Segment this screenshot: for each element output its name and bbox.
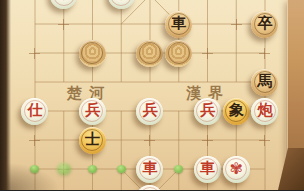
black-soldier[interactable]: 卒 [251, 11, 278, 38]
piece-character: 車 [142, 161, 157, 176]
point-marker [259, 48, 270, 59]
move-hint-dot[interactable] [174, 165, 183, 173]
board-edge-shadow-left [0, 0, 11, 190]
piece-character: 馬 [257, 74, 272, 89]
piece-character: 士 [85, 132, 100, 147]
point-marker [202, 48, 213, 59]
red-soldier[interactable]: 兵 [79, 98, 106, 125]
hidden-black-piece[interactable] [136, 40, 163, 67]
piece-character: 兵 [200, 103, 215, 118]
move-hint-dot[interactable] [57, 163, 71, 175]
red-chariot[interactable]: 車 [136, 156, 163, 183]
red-soldier[interactable]: 兵 [136, 98, 163, 125]
black-advisor[interactable]: 士 [79, 127, 106, 154]
piece-character: 兵 [142, 103, 157, 118]
piece-character: 車 [200, 161, 215, 176]
point-marker [29, 48, 40, 59]
move-hint-dot[interactable] [30, 165, 39, 173]
piece-character: 兵 [85, 103, 100, 118]
point-marker [202, 135, 213, 146]
piece-character: ✾ [115, 0, 128, 3]
point-marker [259, 135, 270, 146]
red-cannon[interactable]: 炮 [251, 98, 278, 125]
piece-character: 仕 [27, 103, 42, 118]
piece-character: 車 [171, 16, 186, 31]
hidden-red-piece[interactable]: ✾ [223, 156, 250, 183]
xiangqi-board: 楚河 漢界 ✾✾車卒馬仕兵兵兵象炮士車車✾✾ [0, 0, 304, 190]
piece-character: ✾ [230, 161, 243, 177]
move-hint-dot[interactable] [88, 165, 97, 173]
board-grid: ✾✾車卒馬仕兵兵兵象炮士車車✾✾ [21, 0, 280, 190]
point-marker [144, 135, 155, 146]
point-marker [58, 19, 69, 30]
point-marker [231, 19, 242, 30]
red-chariot[interactable]: 車 [194, 156, 221, 183]
piece-character: 卒 [257, 16, 272, 31]
piece-character: 象 [229, 103, 244, 118]
piece-character: 炮 [257, 103, 272, 118]
red-soldier[interactable]: 兵 [194, 98, 221, 125]
red-advisor[interactable]: 仕 [21, 98, 48, 125]
hidden-red-piece[interactable]: ✾ [50, 0, 77, 9]
hidden-red-piece[interactable]: ✾ [108, 0, 135, 9]
move-hint-dot[interactable] [117, 165, 126, 173]
hidden-red-piece[interactable]: ✾ [136, 185, 163, 191]
hidden-black-piece[interactable] [165, 40, 192, 67]
hidden-black-piece[interactable] [79, 40, 106, 67]
black-elephant[interactable]: 象 [223, 98, 250, 125]
piece-character: ✾ [57, 0, 70, 3]
point-marker [29, 135, 40, 146]
black-chariot[interactable]: 車 [165, 11, 192, 38]
black-horse[interactable]: 馬 [251, 69, 278, 96]
